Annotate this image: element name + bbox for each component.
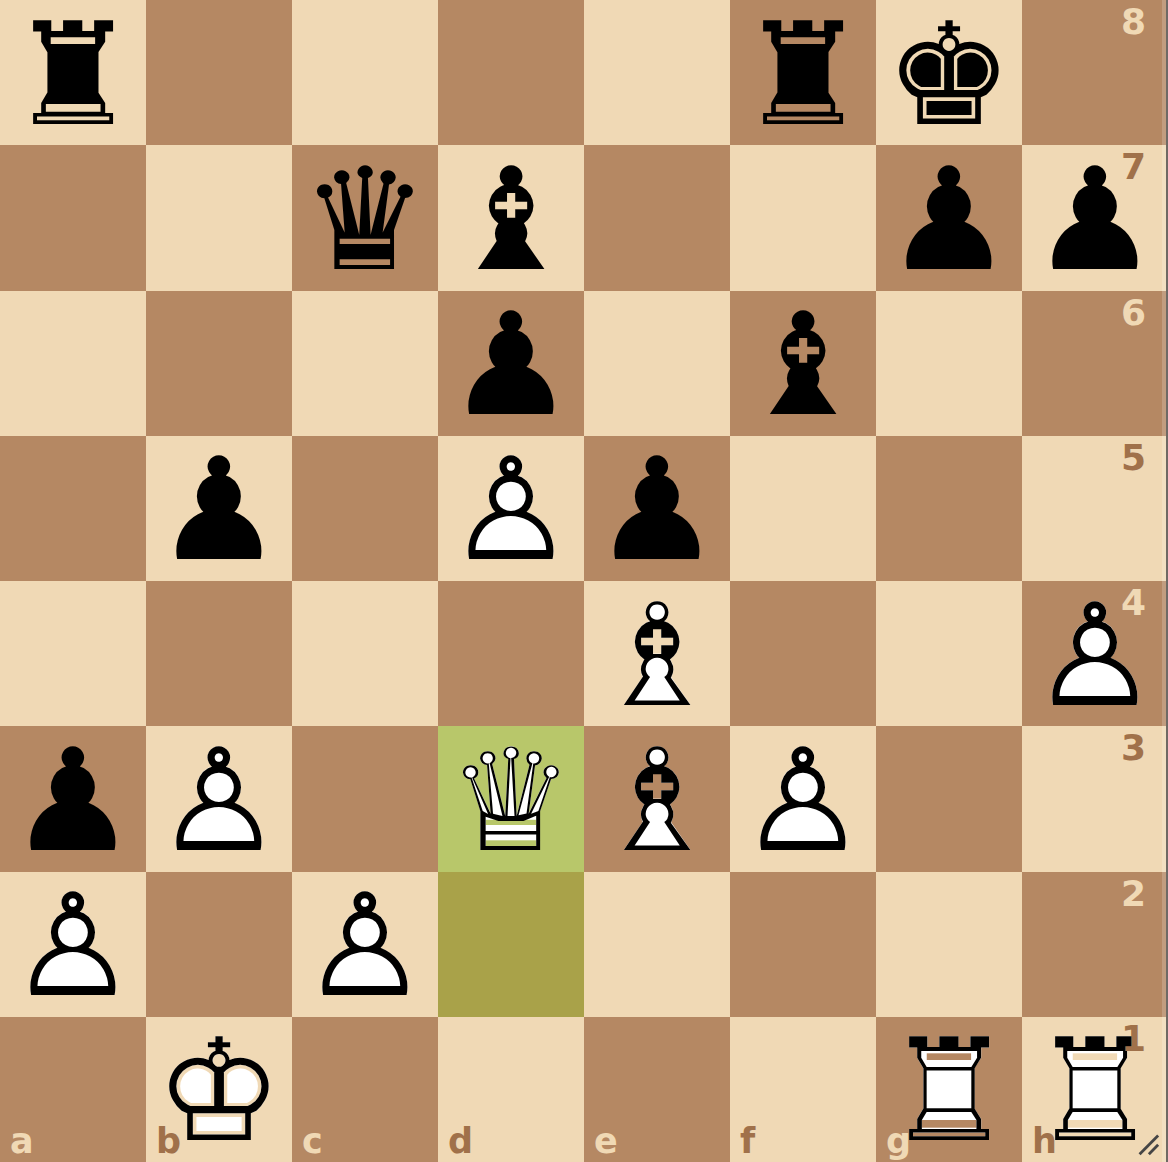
square-e5[interactable]: ♟	[584, 436, 730, 581]
square-b7[interactable]	[146, 145, 292, 290]
square-c5[interactable]	[292, 436, 438, 581]
piece-black-queen[interactable]: ♛	[292, 145, 438, 290]
square-d8[interactable]	[438, 0, 584, 145]
piece-black-bishop[interactable]: ♝	[730, 291, 876, 436]
square-g2[interactable]	[876, 872, 1022, 1017]
square-b4[interactable]	[146, 581, 292, 726]
piece-outline: ♙	[739, 730, 866, 872]
square-d3[interactable]: ♛♕	[438, 726, 584, 871]
coord-file-b: b	[156, 1124, 181, 1159]
coord-rank-5: 5	[1121, 440, 1146, 476]
piece-outline: ♙	[9, 875, 136, 1017]
piece-black-bishop[interactable]: ♝	[438, 145, 584, 290]
square-d4[interactable]	[438, 581, 584, 726]
square-h8[interactable]: 8	[1022, 0, 1168, 145]
coord-file-e: e	[594, 1124, 618, 1159]
piece-white-bishop[interactable]: ♝♗	[584, 581, 730, 726]
square-c3[interactable]	[292, 726, 438, 871]
coord-file-g: g	[886, 1124, 911, 1159]
square-g1[interactable]: ♜♖g	[876, 1017, 1022, 1162]
piece-outline: ♙	[155, 730, 282, 872]
square-c2[interactable]: ♟♙	[292, 872, 438, 1017]
square-g6[interactable]	[876, 291, 1022, 436]
square-e3[interactable]: ♝♗	[584, 726, 730, 871]
square-f5[interactable]	[730, 436, 876, 581]
square-e2[interactable]	[584, 872, 730, 1017]
piece-black-pawn[interactable]: ♟	[1022, 145, 1168, 290]
piece-white-pawn[interactable]: ♟♙	[438, 436, 584, 581]
square-h4[interactable]: ♟♙4	[1022, 581, 1168, 726]
square-a6[interactable]	[0, 291, 146, 436]
square-b6[interactable]	[146, 291, 292, 436]
square-d2[interactable]	[438, 872, 584, 1017]
piece-white-pawn[interactable]: ♟♙	[146, 726, 292, 871]
window-scrollbar[interactable]	[1162, 0, 1168, 1162]
square-d5[interactable]: ♟♙	[438, 436, 584, 581]
piece-white-pawn[interactable]: ♟♙	[1022, 581, 1168, 726]
square-f7[interactable]	[730, 145, 876, 290]
square-a3[interactable]: ♟	[0, 726, 146, 871]
square-e1[interactable]: e	[584, 1017, 730, 1162]
coord-rank-3: 3	[1121, 730, 1146, 766]
coord-file-f: f	[740, 1124, 755, 1159]
square-g8[interactable]: ♚	[876, 0, 1022, 145]
square-a4[interactable]	[0, 581, 146, 726]
square-f8[interactable]: ♜	[730, 0, 876, 145]
piece-glyph: ♟	[593, 439, 720, 581]
square-f6[interactable]: ♝	[730, 291, 876, 436]
piece-glyph: ♝	[447, 149, 574, 291]
square-e8[interactable]	[584, 0, 730, 145]
coord-rank-2: 2	[1121, 876, 1146, 912]
chess-board: ♜♜♚8♛♝♟♟7♟♝6♟♟♙♟5♝♗♟♙4♟♟♙♛♕♝♗♟♙3♟♙♟♙2a♚♔…	[0, 0, 1168, 1162]
piece-glyph: ♜	[739, 4, 866, 146]
piece-black-rook[interactable]: ♜	[0, 0, 146, 145]
piece-glyph: ♜	[9, 4, 136, 146]
piece-black-pawn[interactable]: ♟	[876, 145, 1022, 290]
square-d7[interactable]: ♝	[438, 145, 584, 290]
square-c7[interactable]: ♛	[292, 145, 438, 290]
coord-rank-4: 4	[1121, 585, 1146, 621]
piece-white-pawn[interactable]: ♟♙	[730, 726, 876, 871]
piece-glyph: ♟	[447, 294, 574, 436]
piece-black-pawn[interactable]: ♟	[438, 291, 584, 436]
piece-black-king[interactable]: ♚	[876, 0, 1022, 145]
square-b1[interactable]: ♚♔b	[146, 1017, 292, 1162]
square-c8[interactable]	[292, 0, 438, 145]
square-b5[interactable]: ♟	[146, 436, 292, 581]
square-g7[interactable]: ♟	[876, 145, 1022, 290]
square-e7[interactable]	[584, 145, 730, 290]
piece-white-pawn[interactable]: ♟♙	[292, 872, 438, 1017]
coord-rank-1: 1	[1121, 1021, 1146, 1057]
square-h7[interactable]: ♟7	[1022, 145, 1168, 290]
piece-outline: ♙	[447, 439, 574, 581]
square-f4[interactable]	[730, 581, 876, 726]
coord-file-d: d	[448, 1124, 473, 1159]
square-e6[interactable]	[584, 291, 730, 436]
coord-rank-7: 7	[1121, 149, 1146, 185]
piece-glyph: ♚	[885, 4, 1012, 146]
square-a1[interactable]: a	[0, 1017, 146, 1162]
piece-white-pawn[interactable]: ♟♙	[0, 872, 146, 1017]
square-a5[interactable]	[0, 436, 146, 581]
square-f2[interactable]	[730, 872, 876, 1017]
square-h3[interactable]: 3	[1022, 726, 1168, 871]
piece-glyph: ♛	[301, 149, 428, 291]
piece-glyph: ♟	[155, 439, 282, 581]
square-d1[interactable]: d	[438, 1017, 584, 1162]
piece-outline: ♙	[301, 875, 428, 1017]
square-c6[interactable]	[292, 291, 438, 436]
piece-black-rook[interactable]: ♜	[730, 0, 876, 145]
square-h2[interactable]: 2	[1022, 872, 1168, 1017]
piece-glyph: ♝	[739, 294, 866, 436]
resize-grip-icon[interactable]	[1134, 1130, 1160, 1156]
square-a8[interactable]: ♜	[0, 0, 146, 145]
square-f1[interactable]: f	[730, 1017, 876, 1162]
piece-white-bishop[interactable]: ♝♗	[584, 726, 730, 871]
square-h5[interactable]: 5	[1022, 436, 1168, 581]
coord-rank-8: 8	[1121, 4, 1146, 40]
square-g3[interactable]	[876, 726, 1022, 871]
piece-glyph: ♟	[885, 149, 1012, 291]
square-b2[interactable]	[146, 872, 292, 1017]
square-c1[interactable]: c	[292, 1017, 438, 1162]
coord-file-c: c	[302, 1124, 323, 1159]
square-e4[interactable]: ♝♗	[584, 581, 730, 726]
coord-file-h: h	[1032, 1124, 1057, 1159]
piece-white-queen[interactable]: ♛♕	[438, 726, 584, 871]
piece-black-pawn[interactable]: ♟	[584, 436, 730, 581]
square-b3[interactable]: ♟♙	[146, 726, 292, 871]
square-g4[interactable]	[876, 581, 1022, 726]
piece-outline: ♕	[447, 730, 574, 872]
coord-file-a: a	[10, 1124, 34, 1159]
square-f3[interactable]: ♟♙	[730, 726, 876, 871]
square-b8[interactable]	[146, 0, 292, 145]
coord-rank-6: 6	[1121, 295, 1146, 331]
square-h6[interactable]: 6	[1022, 291, 1168, 436]
square-d6[interactable]: ♟	[438, 291, 584, 436]
piece-black-pawn[interactable]: ♟	[146, 436, 292, 581]
square-g5[interactable]	[876, 436, 1022, 581]
piece-glyph: ♟	[9, 730, 136, 872]
square-a7[interactable]	[0, 145, 146, 290]
piece-outline: ♗	[593, 730, 720, 872]
square-a2[interactable]: ♟♙	[0, 872, 146, 1017]
piece-outline: ♗	[593, 585, 720, 727]
piece-black-pawn[interactable]: ♟	[0, 726, 146, 871]
square-c4[interactable]	[292, 581, 438, 726]
